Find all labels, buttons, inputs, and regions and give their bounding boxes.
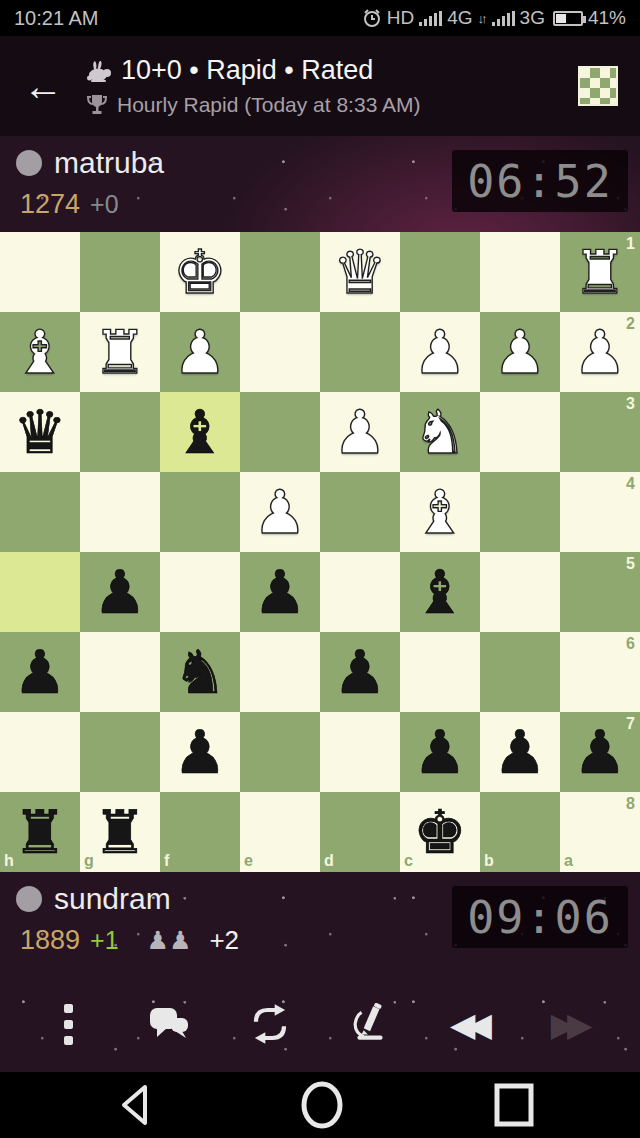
square-c3[interactable]: ♞ [400,392,480,472]
menu-button[interactable] [33,989,103,1059]
back-button[interactable]: ← [0,66,86,106]
file-label: h [4,853,14,869]
square-c4[interactable]: ♝ [400,472,480,552]
square-b1[interactable] [480,232,560,312]
piece-black-king: ♚ [413,792,467,872]
battery-icon [553,11,583,26]
square-d2[interactable] [320,312,400,392]
piece-white-queen: ♛ [333,232,387,312]
tournament-trophy-icon [86,93,108,117]
rating-diff-bottom: +1 [90,926,119,955]
captured-pieces: ♟ ♟ [147,928,192,953]
square-a2[interactable]: ♟2 [560,312,640,392]
square-g4[interactable] [80,472,160,552]
seek-backward-button[interactable]: ◀◀ [436,989,506,1059]
piece-black-pawn: ♟ [13,632,67,712]
rank-label: 3 [626,396,635,412]
piece-black-bishop: ♝ [173,392,227,472]
player-name-top[interactable]: matruba [54,146,164,180]
piece-white-rook: ♜ [573,232,627,312]
fast-forward-icon: ▶▶ [551,1005,593,1044]
square-g1[interactable] [80,232,160,312]
square-e1[interactable] [240,232,320,312]
square-h6[interactable]: ♟ [0,632,80,712]
signal-bars-icon [492,11,515,26]
player-side-dot [16,886,42,912]
tournament-name[interactable]: Hourly Rapid (Today at 8:33 AM) [117,93,420,117]
piece-white-pawn: ♟ [573,312,627,392]
square-c2[interactable]: ♟ [400,312,480,392]
file-label: a [564,853,573,869]
square-e5[interactable]: ♟ [240,552,320,632]
square-f1[interactable]: ♚ [160,232,240,312]
hd-indicator: HD [387,7,414,29]
square-h1[interactable] [0,232,80,312]
file-label: e [244,853,253,869]
rank-label: 8 [626,796,635,812]
square-f3[interactable]: ♝ [160,392,240,472]
piece-black-pawn: ♟ [253,552,307,632]
square-f5[interactable] [160,552,240,632]
square-c7[interactable]: ♟ [400,712,480,792]
square-g2[interactable]: ♜ [80,312,160,392]
piece-white-pawn: ♟ [413,312,467,392]
rank-label: 1 [626,236,635,252]
piece-black-queen: ♛ [13,392,67,472]
captured-pawn-icon: ♟ [147,928,169,953]
square-b5[interactable] [480,552,560,632]
network-type-2: 3G [520,7,545,29]
square-h5[interactable] [0,552,80,632]
piece-white-bishop: ♝ [413,472,467,552]
square-a6[interactable]: 6 [560,632,640,712]
square-g6[interactable] [80,632,160,712]
piece-white-knight: ♞ [413,392,467,472]
square-e3[interactable] [240,392,320,472]
data-arrows-icon: ↓↑ [478,11,485,26]
square-d1[interactable]: ♛ [320,232,400,312]
android-recents-button[interactable] [492,1081,536,1129]
square-b7[interactable]: ♟ [480,712,560,792]
square-g5[interactable]: ♟ [80,552,160,632]
square-h2[interactable]: ♝ [0,312,80,392]
square-d8[interactable]: d [320,792,400,872]
android-navbar [0,1072,640,1138]
file-label: d [324,853,334,869]
chess-board[interactable]: ♚♛♜1♝♜♟♟♟♟2♛♝♟♞3♟♝4♟♟♝5♟♞♟6♟♟♟♟7♜h♜gfed♚… [0,232,640,872]
chat-button[interactable] [134,989,204,1059]
signal-bars-icon [419,11,442,26]
player-rating-top: 1274 [20,189,80,220]
rank-label: 2 [626,316,635,332]
chat-bubbles-icon [148,1005,190,1043]
square-f2[interactable]: ♟ [160,312,240,392]
rapid-rabbit-icon [86,58,112,84]
player-name-bottom[interactable]: sundram [54,882,171,916]
square-f6[interactable]: ♞ [160,632,240,712]
square-a1[interactable]: ♜1 [560,232,640,312]
flip-board-button[interactable] [235,989,305,1059]
rating-diff-top: +0 [90,190,119,219]
square-e7[interactable] [240,712,320,792]
rank-label: 7 [626,716,635,732]
android-home-button[interactable] [298,1079,346,1131]
android-back-button[interactable] [115,1081,155,1129]
piece-black-rook: ♜ [13,792,67,872]
square-a8[interactable]: 8a [560,792,640,872]
square-b2[interactable]: ♟ [480,312,560,392]
piece-black-knight: ♞ [173,632,227,712]
material-advantage: +2 [209,925,239,956]
piece-white-pawn: ♟ [333,392,387,472]
square-e8[interactable]: e [240,792,320,872]
square-g7[interactable] [80,712,160,792]
square-b8[interactable]: b [480,792,560,872]
piece-black-bishop: ♝ [413,552,467,632]
square-d6[interactable]: ♟ [320,632,400,712]
square-c8[interactable]: ♚c [400,792,480,872]
board-thumbnail-icon[interactable] [578,66,618,106]
piece-black-pawn: ♟ [93,552,147,632]
alarm-clock-icon [362,8,382,28]
square-c5[interactable]: ♝ [400,552,480,632]
battery-percent: 41% [588,7,626,29]
square-a7[interactable]: ♟7 [560,712,640,792]
network-type-1: 4G [447,7,472,29]
square-h4[interactable] [0,472,80,552]
seek-forward-button[interactable]: ▶▶ [537,989,607,1059]
square-e4[interactable]: ♟ [240,472,320,552]
square-h8[interactable]: ♜h [0,792,80,872]
piece-white-pawn: ♟ [253,472,307,552]
game-title: 10+0 • Rapid • Rated [121,55,373,86]
square-f8[interactable]: f [160,792,240,872]
square-d3[interactable]: ♟ [320,392,400,472]
square-c1[interactable] [400,232,480,312]
square-h3[interactable]: ♛ [0,392,80,472]
piece-black-pawn: ♟ [573,712,627,792]
square-f7[interactable]: ♟ [160,712,240,792]
square-d7[interactable] [320,712,400,792]
piece-black-pawn: ♟ [493,712,547,792]
game-toolbar: ◀◀ ▶▶ [0,976,640,1072]
status-bar: 10:21 AM HD 4G ↓↑ 3G 41% [0,0,640,36]
clock-top: 06:52 [452,150,628,212]
piece-white-rook: ♜ [93,312,147,392]
square-g3[interactable] [80,392,160,472]
player-side-dot [16,150,42,176]
piece-black-pawn: ♟ [413,712,467,792]
square-b4[interactable] [480,472,560,552]
player-panel-bottom: sundram 1889 +1 ♟ ♟ +2 09:06 [0,872,640,976]
square-d4[interactable] [320,472,400,552]
piece-black-pawn: ♟ [333,632,387,712]
file-label: g [84,853,94,869]
square-d5[interactable] [320,552,400,632]
piece-white-pawn: ♟ [173,312,227,392]
vertical-ellipsis-icon [64,1004,73,1045]
piece-white-pawn: ♟ [493,312,547,392]
square-e6[interactable] [240,632,320,712]
square-g8[interactable]: ♜g [80,792,160,872]
rank-label: 4 [626,476,635,492]
piece-white-king: ♚ [173,232,227,312]
square-e2[interactable] [240,312,320,392]
square-h7[interactable] [0,712,80,792]
piece-white-bishop: ♝ [13,312,67,392]
game-header: ← 10+0 • Rapid • Rated [0,36,640,136]
file-label: c [404,853,413,869]
square-f4[interactable] [160,472,240,552]
square-c6[interactable] [400,632,480,712]
player-panel-top: matruba 1274 +0 06:52 [0,136,640,232]
piece-black-pawn: ♟ [173,712,227,792]
analysis-button[interactable] [335,989,405,1059]
square-a5[interactable]: 5 [560,552,640,632]
file-label: b [484,853,494,869]
square-b6[interactable] [480,632,560,712]
square-b3[interactable] [480,392,560,472]
fast-backward-icon: ◀◀ [450,1005,492,1044]
status-time: 10:21 AM [14,7,99,30]
file-label: f [164,853,169,869]
clock-bottom: 09:06 [452,886,628,948]
piece-black-rook: ♜ [93,792,147,872]
flip-arrows-icon [249,1003,291,1045]
app-screen: 10:21 AM HD 4G ↓↑ 3G 41% ← [0,0,640,1138]
square-a3[interactable]: 3 [560,392,640,472]
captured-pawn-icon: ♟ [169,928,191,953]
rank-label: 5 [626,556,635,572]
square-a4[interactable]: 4 [560,472,640,552]
rank-label: 6 [626,636,635,652]
microscope-icon [349,1003,391,1045]
player-rating-bottom: 1889 [20,925,80,956]
